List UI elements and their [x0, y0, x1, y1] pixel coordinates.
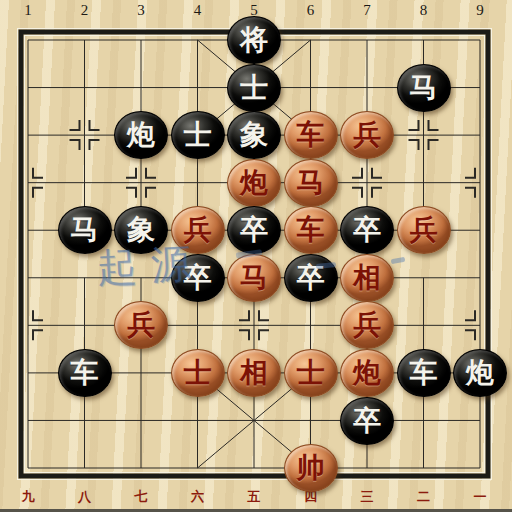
- piece-black-soldier[interactable]: 卒: [340, 206, 394, 254]
- piece-black-soldier[interactable]: 卒: [227, 206, 281, 254]
- pieces-layer: 将士马炮士象车兵炮马马象兵卒车卒兵卒马卒相兵兵车士相士炮车炮卒帅: [0, 16, 508, 492]
- piece-red-soldier[interactable]: 兵: [171, 206, 225, 254]
- piece-black-cannon[interactable]: 炮: [114, 111, 168, 159]
- bottom-coordinate-labels: 九八七六五四三二一: [0, 489, 509, 505]
- piece-red-horse[interactable]: 马: [284, 159, 338, 207]
- file-label: 七: [113, 489, 170, 505]
- piece-black-horse[interactable]: 马: [397, 64, 451, 112]
- piece-black-advisor[interactable]: 士: [227, 64, 281, 112]
- piece-black-soldier[interactable]: 卒: [171, 254, 225, 302]
- piece-red-advisor[interactable]: 士: [284, 349, 338, 397]
- xiangqi-board: 123456789 起源 将士马炮士象车兵炮马马象兵卒车卒兵卒马卒相兵兵车士相士…: [0, 0, 512, 512]
- piece-black-soldier[interactable]: 卒: [284, 254, 338, 302]
- file-label: 一: [452, 489, 509, 505]
- file-label: 二: [395, 489, 452, 505]
- piece-red-elephant[interactable]: 相: [227, 349, 281, 397]
- file-label: 三: [339, 489, 396, 505]
- piece-red-elephant[interactable]: 相: [340, 254, 394, 302]
- piece-red-chariot[interactable]: 车: [284, 111, 338, 159]
- piece-black-elephant[interactable]: 象: [227, 111, 281, 159]
- piece-red-cannon[interactable]: 炮: [227, 159, 281, 207]
- piece-red-cannon[interactable]: 炮: [340, 349, 394, 397]
- piece-red-horse[interactable]: 马: [227, 254, 281, 302]
- file-label: 九: [0, 489, 56, 505]
- piece-black-soldier[interactable]: 卒: [340, 397, 394, 445]
- file-label: 八: [56, 489, 113, 505]
- piece-black-chariot[interactable]: 车: [397, 349, 451, 397]
- piece-black-horse[interactable]: 马: [58, 206, 112, 254]
- piece-red-soldier[interactable]: 兵: [397, 206, 451, 254]
- file-label: 六: [169, 489, 226, 505]
- piece-black-advisor[interactable]: 士: [171, 111, 225, 159]
- piece-red-chariot[interactable]: 车: [284, 206, 338, 254]
- piece-red-soldier[interactable]: 兵: [340, 111, 394, 159]
- piece-red-soldier[interactable]: 兵: [340, 301, 394, 349]
- piece-black-elephant[interactable]: 象: [114, 206, 168, 254]
- piece-black-general[interactable]: 将: [227, 16, 281, 64]
- piece-red-soldier[interactable]: 兵: [114, 301, 168, 349]
- piece-red-general[interactable]: 帅: [284, 444, 338, 492]
- piece-red-advisor[interactable]: 士: [171, 349, 225, 397]
- file-label: 五: [226, 489, 283, 505]
- piece-black-chariot[interactable]: 车: [58, 349, 112, 397]
- piece-black-cannon[interactable]: 炮: [453, 349, 507, 397]
